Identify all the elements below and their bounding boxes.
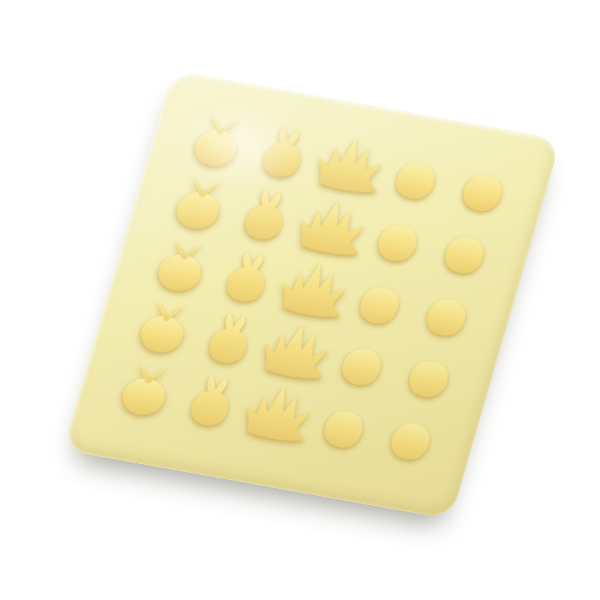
silicone-mold [63, 70, 561, 519]
product-photo-stage [0, 0, 600, 600]
cavity-grid [63, 70, 561, 519]
